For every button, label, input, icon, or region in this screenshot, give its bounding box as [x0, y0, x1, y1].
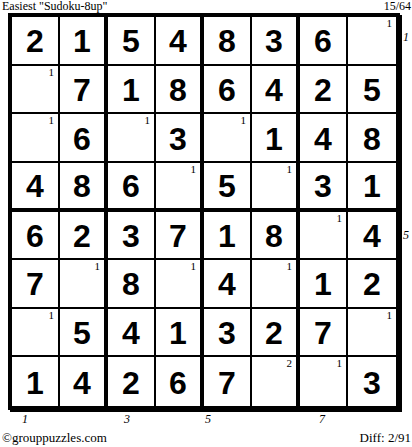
given-digit: 1 [314, 268, 332, 300]
cell-r3c2[interactable]: 6 [60, 114, 108, 163]
given-digit: 4 [169, 25, 187, 57]
cell-r1c1[interactable]: 2 [12, 17, 60, 66]
step-mark: 1 [287, 164, 293, 175]
cell-r1c2[interactable]: 1 [60, 17, 108, 66]
cell-r6c3[interactable]: 8 [108, 260, 156, 309]
given-digit: 3 [363, 367, 381, 399]
given-digit: 3 [122, 220, 140, 252]
given-digit: 4 [265, 74, 283, 106]
given-digit: 6 [169, 367, 187, 399]
cell-r8c2[interactable]: 4 [60, 357, 108, 406]
cell-r6c4[interactable]: 1 [156, 260, 204, 309]
cell-r1c5[interactable]: 8 [204, 17, 252, 66]
cell-r2c4[interactable]: 8 [156, 66, 204, 115]
step-mark: 1 [95, 261, 101, 272]
cell-r2c2[interactable]: 7 [60, 66, 108, 115]
cell-r2c3[interactable]: 1 [108, 66, 156, 115]
cell-r3c5[interactable]: 1 [204, 114, 252, 163]
cell-r4c4[interactable]: 1 [156, 163, 204, 212]
difficulty-label: Diff: 2/91 [360, 430, 411, 446]
cell-r8c6[interactable]: 2 [252, 357, 300, 406]
cell-r1c7[interactable]: 6 [300, 17, 348, 66]
given-digit: 2 [26, 25, 44, 57]
cell-r8c8[interactable]: 3 [348, 357, 396, 406]
cell-r3c3[interactable]: 1 [108, 114, 156, 163]
given-digit: 8 [218, 25, 236, 57]
given-digit: 1 [218, 220, 236, 252]
step-mark: 1 [337, 358, 343, 369]
cell-r7c2[interactable]: 5 [60, 309, 108, 358]
given-digit: 8 [265, 220, 283, 252]
row-label-5: 5 [403, 228, 409, 243]
cell-r5c1[interactable]: 6 [12, 212, 60, 261]
cell-r3c4[interactable]: 3 [156, 114, 204, 163]
cell-r3c1[interactable]: 1 [12, 114, 60, 163]
sudoku-board: 2154836117186425161311484861513162371814… [8, 13, 400, 410]
given-digit: 8 [73, 170, 91, 202]
given-digit: 5 [363, 74, 381, 106]
given-digit: 7 [314, 317, 332, 349]
puzzle-title: Easiest "Sudoku-8up" [2, 0, 107, 13]
cell-r4c2[interactable]: 8 [60, 163, 108, 212]
cell-r2c8[interactable]: 5 [348, 66, 396, 115]
cell-r8c7[interactable]: 1 [300, 357, 348, 406]
cell-r2c6[interactable]: 4 [252, 66, 300, 115]
cell-r2c7[interactable]: 2 [300, 66, 348, 115]
given-digit: 2 [314, 74, 332, 106]
step-mark: 1 [49, 310, 55, 321]
given-digit: 4 [26, 170, 44, 202]
step-mark: 1 [387, 18, 393, 29]
cell-r7c8[interactable]: 1 [348, 309, 396, 358]
given-digit: 3 [314, 170, 332, 202]
step-mark: 1 [49, 67, 55, 78]
col-label-3: 3 [124, 412, 130, 427]
cell-r4c1[interactable]: 4 [12, 163, 60, 212]
cell-r5c3[interactable]: 3 [108, 212, 156, 261]
given-digit: 1 [26, 367, 44, 399]
cell-r4c7[interactable]: 3 [300, 163, 348, 212]
cell-r5c8[interactable]: 4 [348, 212, 396, 261]
given-digit: 7 [169, 220, 187, 252]
cell-r6c6[interactable]: 1 [252, 260, 300, 309]
cell-r5c5[interactable]: 1 [204, 212, 252, 261]
cell-r3c6[interactable]: 1 [252, 114, 300, 163]
cell-r1c6[interactable]: 3 [252, 17, 300, 66]
cell-r5c6[interactable]: 8 [252, 212, 300, 261]
given-digit: 5 [122, 25, 140, 57]
given-digit: 2 [363, 268, 381, 300]
site-credit: ©grouppuzzles.com [2, 430, 107, 446]
given-digit: 4 [122, 317, 140, 349]
cell-r6c2[interactable]: 1 [60, 260, 108, 309]
given-digit: 5 [73, 317, 91, 349]
cell-r6c5[interactable]: 4 [204, 260, 252, 309]
cell-r7c4[interactable]: 1 [156, 309, 204, 358]
cell-r8c3[interactable]: 2 [108, 357, 156, 406]
step-mark: 1 [191, 164, 197, 175]
cell-r7c7[interactable]: 7 [300, 309, 348, 358]
given-digit: 1 [363, 170, 381, 202]
cell-r1c4[interactable]: 4 [156, 17, 204, 66]
cell-r8c5[interactable]: 7 [204, 357, 252, 406]
given-digit: 2 [122, 367, 140, 399]
cell-r4c8[interactable]: 1 [348, 163, 396, 212]
given-digit: 8 [363, 123, 381, 155]
given-digit: 1 [265, 123, 283, 155]
cell-r6c1[interactable]: 7 [12, 260, 60, 309]
given-digit: 3 [169, 123, 187, 155]
cell-r2c1[interactable]: 1 [12, 66, 60, 115]
given-digit: 4 [218, 268, 236, 300]
cell-r6c8[interactable]: 2 [348, 260, 396, 309]
given-digit: 3 [218, 317, 236, 349]
step-mark: 2 [287, 358, 293, 369]
given-digit: 1 [169, 317, 187, 349]
cell-r1c8[interactable]: 1 [348, 17, 396, 66]
cell-r7c3[interactable]: 4 [108, 309, 156, 358]
step-mark: 1 [49, 115, 55, 126]
puzzle-counter: 15/64 [384, 0, 411, 13]
given-digit: 7 [26, 268, 44, 300]
given-digit: 1 [122, 74, 140, 106]
given-digit: 6 [218, 74, 236, 106]
col-label-1: 1 [22, 412, 28, 427]
cell-r3c7[interactable]: 4 [300, 114, 348, 163]
step-mark: 1 [145, 115, 151, 126]
given-digit: 6 [314, 25, 332, 57]
cell-r4c6[interactable]: 1 [252, 163, 300, 212]
cell-r5c2[interactable]: 2 [60, 212, 108, 261]
given-digit: 8 [122, 268, 140, 300]
step-mark: 1 [191, 261, 197, 272]
given-digit: 5 [218, 170, 236, 202]
given-digit: 7 [218, 367, 236, 399]
step-mark: 1 [241, 115, 247, 126]
col-label-5: 5 [205, 412, 211, 427]
given-digit: 8 [169, 74, 187, 106]
cell-r2c5[interactable]: 6 [204, 66, 252, 115]
cell-r7c5[interactable]: 3 [204, 309, 252, 358]
cell-r8c4[interactable]: 6 [156, 357, 204, 406]
given-digit: 2 [73, 220, 91, 252]
cell-r5c7[interactable]: 1 [300, 212, 348, 261]
given-digit: 3 [265, 25, 283, 57]
given-digit: 2 [265, 317, 283, 349]
cell-r7c6[interactable]: 2 [252, 309, 300, 358]
given-digit: 4 [363, 220, 381, 252]
cell-r4c5[interactable]: 5 [204, 163, 252, 212]
given-digit: 7 [73, 74, 91, 106]
given-digit: 6 [73, 123, 91, 155]
cell-r3c8[interactable]: 8 [348, 114, 396, 163]
given-digit: 1 [73, 25, 91, 57]
row-label-1: 1 [403, 30, 409, 45]
cell-r1c3[interactable]: 5 [108, 17, 156, 66]
given-digit: 6 [26, 220, 44, 252]
given-digit: 4 [73, 367, 91, 399]
step-mark: 1 [287, 261, 293, 272]
cell-r8c1[interactable]: 1 [12, 357, 60, 406]
cell-r7c1[interactable]: 1 [12, 309, 60, 358]
given-digit: 6 [122, 170, 140, 202]
given-digit: 4 [314, 123, 332, 155]
step-mark: 1 [387, 310, 393, 321]
cell-r4c3[interactable]: 6 [108, 163, 156, 212]
col-label-7: 7 [319, 412, 325, 427]
cell-r5c4[interactable]: 7 [156, 212, 204, 261]
step-mark: 1 [337, 213, 343, 224]
cell-r6c7[interactable]: 1 [300, 260, 348, 309]
